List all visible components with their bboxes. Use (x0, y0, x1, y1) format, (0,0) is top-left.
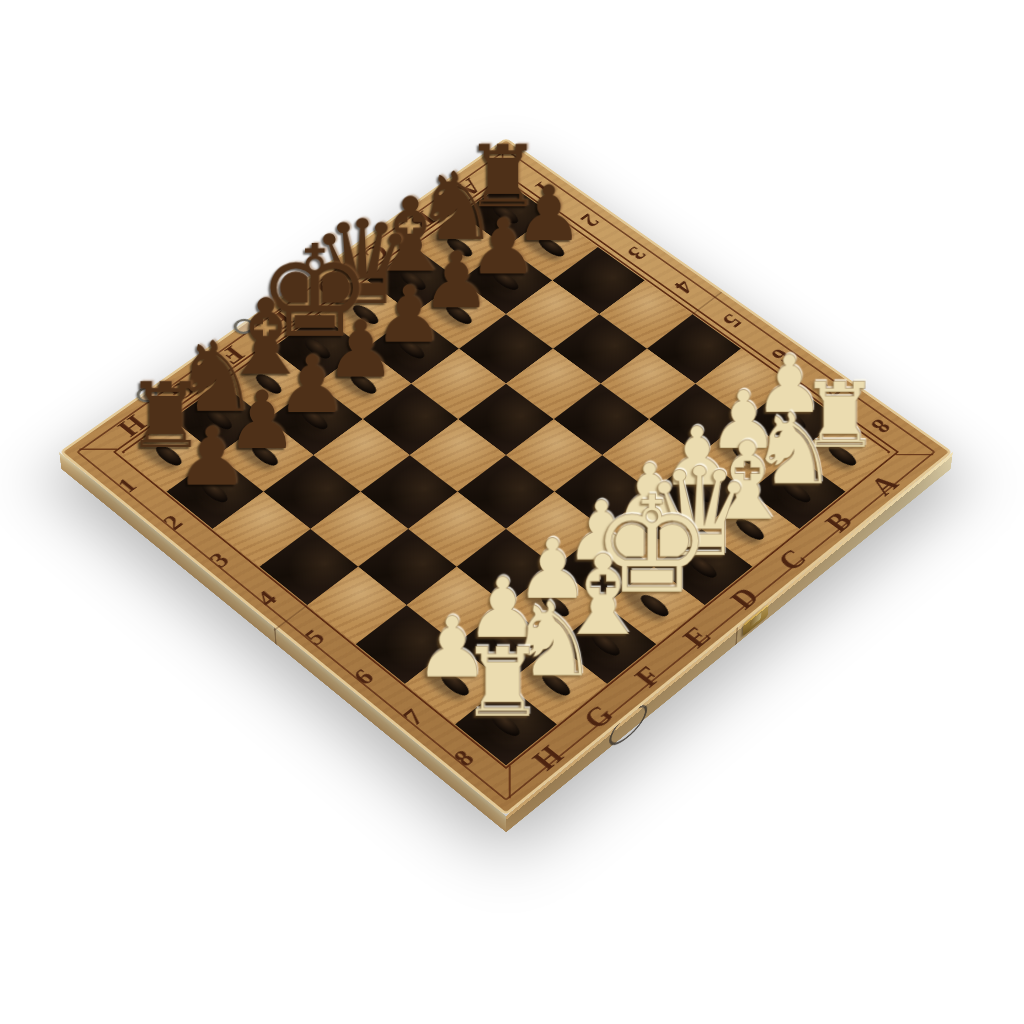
chess-board-box: 11AA22BB33CC44DD55EE66FF77GG88HH ♜♞♟♝♟♛♟… (59, 138, 953, 816)
product-photo-scene: 11AA22BB33CC44DD55EE66FF77GG88HH ♜♞♟♝♟♛♟… (0, 0, 1024, 1024)
white-rook-glyph: ♜ (439, 640, 566, 728)
chess-board-grid: ♜♞♟♝♟♛♟♚♟♝♟♞♟♟♜♟♟♜♟♟♞♟♝♟♛♟♚♟♝♟♞♜ (121, 182, 891, 766)
black-pawn-glyph: ♟ (151, 420, 272, 494)
corner-miter (509, 766, 511, 799)
board-surface: 11AA22BB33CC44DD55EE66FF77GG88HH ♜♞♟♝♟♛♟… (59, 138, 953, 816)
square-c5 (554, 384, 649, 456)
